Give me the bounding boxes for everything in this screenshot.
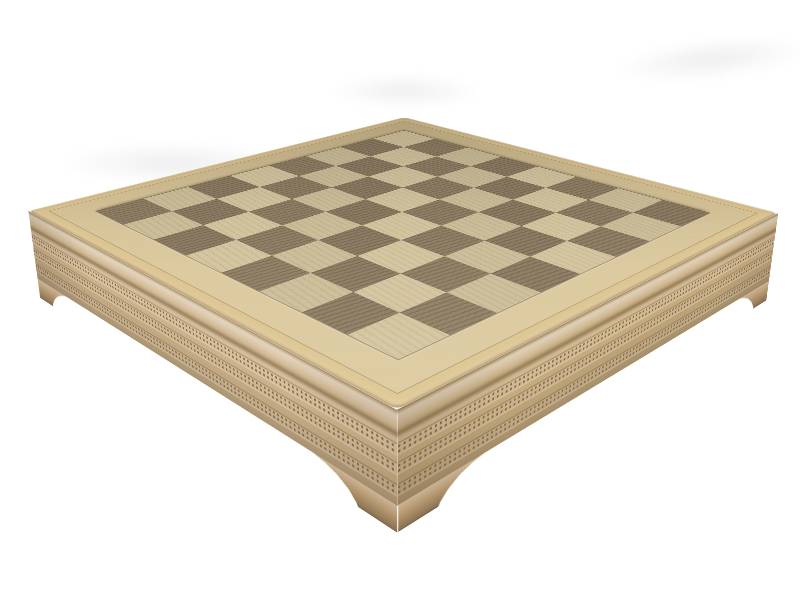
square-r8c3 (154, 225, 236, 255)
square-r5c6 (401, 226, 484, 257)
square-r6c7 (400, 256, 490, 292)
square-r6c6 (358, 240, 444, 273)
square-r8c6 (260, 273, 353, 312)
square-r8c7 (302, 292, 400, 335)
product-photo (0, 0, 800, 599)
square-r8c4 (186, 240, 272, 273)
square-r6c5 (319, 225, 402, 256)
square-r8c5 (221, 256, 310, 292)
square-r7c3 (203, 212, 282, 240)
square-r4c6 (441, 212, 521, 240)
square-r4c7 (484, 226, 567, 257)
square-r7c5 (272, 240, 358, 273)
square-r8c2 (124, 211, 203, 239)
square-r7c4 (236, 225, 319, 255)
square-r5c7 (444, 241, 530, 274)
square-r7c7 (353, 273, 447, 312)
square-r7c6 (311, 256, 401, 292)
square-r4c8 (530, 241, 616, 274)
square-r5c5 (362, 212, 442, 240)
square-r8c8 (348, 312, 451, 359)
board-frame (48, 121, 758, 394)
square-r3c8 (567, 226, 650, 257)
board-3d-view (0, 0, 800, 599)
square-r7c8 (399, 292, 497, 335)
board-top-molding (28, 117, 778, 410)
square-r3c7 (521, 212, 601, 240)
square-r5c8 (490, 257, 580, 293)
square-r6c4 (282, 212, 361, 240)
square-r2c8 (601, 213, 681, 241)
square-r6c8 (447, 274, 541, 313)
